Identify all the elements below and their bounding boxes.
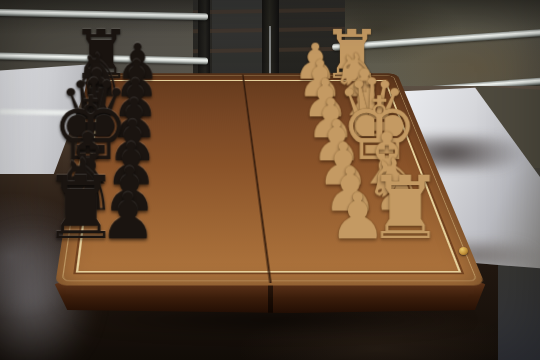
chess-board: ♜♟♟♜♞♟♟♞♝♟♟♝♛♟♟♛♚♟♟♚♝♟♟♝♞♟♟♞♜♟♟♜ <box>55 73 486 285</box>
black-rook-h8: ♜ <box>42 165 120 252</box>
chess-photo-scene: ♜♟♟♜♞♟♟♞♝♟♟♝♛♟♟♛♚♟♟♚♝♟♟♝♞♟♟♞♜♟♟♜ <box>0 0 540 360</box>
board-squares-grid: ♜♟♟♜♞♟♟♞♝♟♟♝♛♟♟♛♚♟♟♚♝♟♟♝♞♟♟♞♜♟♟♜ <box>78 81 458 271</box>
brass-clasp <box>459 247 468 255</box>
board-perspective-wrapper: ♜♟♟♜♞♟♟♞♝♟♟♝♛♟♟♛♚♟♟♚♝♟♟♝♞♟♟♞♜♟♟♜ <box>0 0 540 360</box>
white-rook-h1: ♜ <box>366 165 444 252</box>
